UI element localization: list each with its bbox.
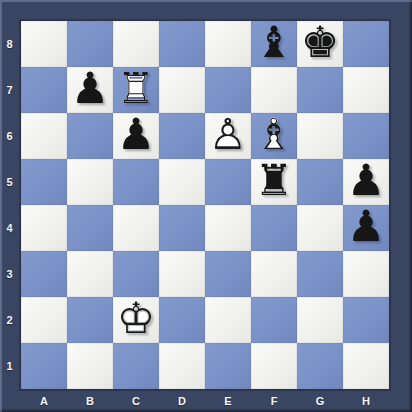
- black-pawn[interactable]: ♟: [343, 205, 389, 251]
- square-b7[interactable]: ♟: [67, 67, 113, 113]
- white-pawn-outline: ♙: [209, 113, 248, 156]
- square-a3[interactable]: [21, 251, 67, 297]
- black-rook[interactable]: ♜: [251, 159, 297, 205]
- square-e4[interactable]: [205, 205, 251, 251]
- square-f4[interactable]: [251, 205, 297, 251]
- black-bishop-glyph: ♝: [255, 21, 294, 64]
- square-g4[interactable]: [297, 205, 343, 251]
- square-b6[interactable]: [67, 113, 113, 159]
- square-b1[interactable]: [67, 343, 113, 389]
- square-c4[interactable]: [113, 205, 159, 251]
- square-d7[interactable]: [159, 67, 205, 113]
- square-g1[interactable]: [297, 343, 343, 389]
- file-label-f: F: [251, 391, 297, 411]
- square-b5[interactable]: [67, 159, 113, 205]
- file-label-g: G: [297, 391, 343, 411]
- square-a5[interactable]: [21, 159, 67, 205]
- square-g3[interactable]: [297, 251, 343, 297]
- rank-label-5: 5: [0, 159, 19, 205]
- white-king-outline: ♔: [117, 297, 156, 340]
- rank-label-7: 7: [0, 67, 19, 113]
- file-label-e: E: [205, 391, 251, 411]
- black-rook-glyph: ♜: [255, 159, 294, 202]
- file-label-a: A: [21, 391, 67, 411]
- square-f8[interactable]: ♝: [251, 21, 297, 67]
- square-e6[interactable]: ♟♙: [205, 113, 251, 159]
- white-pawn[interactable]: ♟♙: [205, 113, 251, 159]
- file-label-b: B: [67, 391, 113, 411]
- black-pawn[interactable]: ♟: [343, 159, 389, 205]
- white-rook-outline: ♖: [117, 67, 156, 110]
- square-f7[interactable]: [251, 67, 297, 113]
- square-f2[interactable]: [251, 297, 297, 343]
- square-d3[interactable]: [159, 251, 205, 297]
- square-d2[interactable]: [159, 297, 205, 343]
- rank-label-3: 3: [0, 251, 19, 297]
- square-h5[interactable]: ♟: [343, 159, 389, 205]
- square-a1[interactable]: [21, 343, 67, 389]
- square-c1[interactable]: [113, 343, 159, 389]
- square-g2[interactable]: [297, 297, 343, 343]
- square-d6[interactable]: [159, 113, 205, 159]
- rank-label-2: 2: [0, 297, 19, 343]
- square-f3[interactable]: [251, 251, 297, 297]
- square-f5[interactable]: ♜: [251, 159, 297, 205]
- square-g5[interactable]: [297, 159, 343, 205]
- square-b3[interactable]: [67, 251, 113, 297]
- square-b4[interactable]: [67, 205, 113, 251]
- black-bishop[interactable]: ♝: [251, 21, 297, 67]
- square-c3[interactable]: [113, 251, 159, 297]
- square-c8[interactable]: [113, 21, 159, 67]
- square-h3[interactable]: [343, 251, 389, 297]
- square-h4[interactable]: ♟: [343, 205, 389, 251]
- square-e7[interactable]: [205, 67, 251, 113]
- square-d8[interactable]: [159, 21, 205, 67]
- rank-label-4: 4: [0, 205, 19, 251]
- square-e8[interactable]: [205, 21, 251, 67]
- square-f1[interactable]: [251, 343, 297, 389]
- square-g7[interactable]: [297, 67, 343, 113]
- square-d5[interactable]: [159, 159, 205, 205]
- black-pawn-glyph: ♟: [71, 67, 110, 110]
- square-c2[interactable]: ♚♔: [113, 297, 159, 343]
- square-f6[interactable]: ♝♗: [251, 113, 297, 159]
- chess-board: ♝♚♟♜♖♟♟♙♝♗♜♟♟♚♔: [19, 19, 391, 391]
- square-h2[interactable]: [343, 297, 389, 343]
- square-d1[interactable]: [159, 343, 205, 389]
- square-a8[interactable]: [21, 21, 67, 67]
- black-pawn[interactable]: ♟: [113, 113, 159, 159]
- black-pawn-glyph: ♟: [117, 113, 156, 156]
- square-b8[interactable]: [67, 21, 113, 67]
- square-a7[interactable]: [21, 67, 67, 113]
- square-e1[interactable]: [205, 343, 251, 389]
- square-h6[interactable]: [343, 113, 389, 159]
- black-pawn-glyph: ♟: [347, 159, 386, 202]
- square-h8[interactable]: [343, 21, 389, 67]
- white-king[interactable]: ♚♔: [113, 297, 159, 343]
- black-pawn-glyph: ♟: [347, 205, 386, 248]
- square-c7[interactable]: ♜♖: [113, 67, 159, 113]
- square-c6[interactable]: ♟: [113, 113, 159, 159]
- rank-label-1: 1: [0, 343, 19, 389]
- white-rook[interactable]: ♜♖: [113, 67, 159, 113]
- square-d4[interactable]: [159, 205, 205, 251]
- white-bishop-outline: ♗: [255, 113, 294, 156]
- square-g6[interactable]: [297, 113, 343, 159]
- square-e2[interactable]: [205, 297, 251, 343]
- square-a6[interactable]: [21, 113, 67, 159]
- file-label-d: D: [159, 391, 205, 411]
- square-a4[interactable]: [21, 205, 67, 251]
- square-g8[interactable]: ♚: [297, 21, 343, 67]
- square-b2[interactable]: [67, 297, 113, 343]
- rank-label-8: 8: [0, 21, 19, 67]
- file-label-h: H: [343, 391, 389, 411]
- square-e5[interactable]: [205, 159, 251, 205]
- black-pawn[interactable]: ♟: [67, 67, 113, 113]
- square-e3[interactable]: [205, 251, 251, 297]
- chess-board-frame: ♝♚♟♜♖♟♟♙♝♗♜♟♟♚♔ 87654321 ABCDEFGH: [0, 0, 412, 412]
- file-label-c: C: [113, 391, 159, 411]
- square-h7[interactable]: [343, 67, 389, 113]
- black-king[interactable]: ♚: [297, 21, 343, 67]
- square-h1[interactable]: [343, 343, 389, 389]
- square-c5[interactable]: [113, 159, 159, 205]
- rank-label-6: 6: [0, 113, 19, 159]
- white-bishop[interactable]: ♝♗: [251, 113, 297, 159]
- square-a2[interactable]: [21, 297, 67, 343]
- black-king-glyph: ♚: [301, 21, 340, 64]
